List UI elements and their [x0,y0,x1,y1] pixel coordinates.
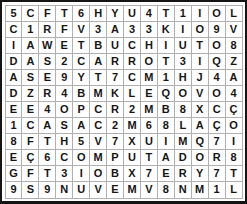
grid-cell[interactable]: A [39,118,56,134]
grid-cell[interactable]: 4 [141,6,158,22]
word-search-grid: 5CFT6HYU4T1IOLC1RFV3A33KIO9VIAWETBUCHIUT… [5,5,243,199]
grid-cell[interactable]: O [226,118,243,134]
grid-cell[interactable]: 4 [209,70,226,86]
grid-cell[interactable]: Z [22,86,39,102]
grid-cell[interactable]: Ç [22,150,39,166]
grid-cell[interactable]: 4 [226,86,243,102]
grid-cell[interactable]: A [22,54,39,70]
grid-cell[interactable]: L [226,182,243,198]
grid-cell[interactable]: M [90,86,107,102]
grid-cell[interactable]: T [73,38,90,54]
grid-cell[interactable]: 8 [158,182,175,198]
grid-cell[interactable]: 7 [209,166,226,182]
grid-cell[interactable]: O [73,150,90,166]
grid-cell[interactable]: H [90,6,107,22]
grid-cell[interactable]: Y [73,70,90,86]
grid-cell[interactable]: C [124,38,141,54]
grid-cell[interactable]: T [158,6,175,22]
grid-cell[interactable]: 8 [158,118,175,134]
puzzle-frame: 5CFT6HYU4T1IOLC1RFV3A33KIO9VIAWETBUCHIUT… [0,0,247,204]
grid-cell[interactable]: E [158,166,175,182]
grid-cell[interactable]: M [175,134,192,150]
grid-cell[interactable]: T [90,70,107,86]
grid-cell[interactable]: A [226,70,243,86]
grid-cell[interactable]: O [209,38,226,54]
grid-cell[interactable]: A [90,54,107,70]
grid-cell[interactable]: E [6,102,23,118]
grid-cell[interactable]: F [22,134,39,150]
grid-cell[interactable]: F [39,6,56,22]
grid-cell[interactable]: 7 [209,134,226,150]
grid-cell[interactable]: I [192,54,209,70]
grid-cell[interactable]: M [192,182,209,198]
grid-cell[interactable]: P [107,150,124,166]
grid-cell[interactable]: E [39,70,56,86]
grid-cell[interactable]: Q [192,134,209,150]
grid-cell[interactable]: E [6,150,23,166]
grid-cell[interactable]: M [141,102,158,118]
grid-cell[interactable]: Q [158,86,175,102]
grid-cell[interactable]: T [158,54,175,70]
grid-cell[interactable]: 8 [226,38,243,54]
grid-cell[interactable]: 7 [107,70,124,86]
grid-cell[interactable]: H [175,70,192,86]
grid-cell[interactable]: B [90,38,107,54]
grid-cell[interactable]: 9 [209,22,226,38]
grid-cell[interactable]: 9 [6,182,23,198]
grid-cell[interactable]: I [175,22,192,38]
grid-cell[interactable]: N [175,182,192,198]
grid-cell[interactable]: A [73,118,90,134]
grid-cell[interactable]: R [39,86,56,102]
grid-cell[interactable]: A [107,22,124,38]
grid-cell[interactable]: M [141,70,158,86]
grid-cell[interactable]: S [22,182,39,198]
grid-cell[interactable]: U [141,134,158,150]
grid-cell[interactable]: O [209,86,226,102]
grid-cell[interactable]: D [6,86,23,102]
grid-cell[interactable]: E [56,38,73,54]
grid-cell[interactable]: N [56,182,73,198]
grid-cell[interactable]: 3 [175,54,192,70]
grid-cell[interactable]: O [209,6,226,22]
grid-cell[interactable]: C [124,70,141,86]
grid-cell[interactable]: F [22,166,39,182]
grid-cell[interactable]: 7 [141,166,158,182]
grid-cell[interactable]: K [158,22,175,38]
grid-cell[interactable]: S [22,70,39,86]
grid-cell[interactable]: R [124,54,141,70]
grid-cell[interactable]: I [226,134,243,150]
grid-cell[interactable]: 6 [73,6,90,22]
grid-cell[interactable]: A [158,150,175,166]
grid-cell[interactable]: A [22,38,39,54]
grid-cell[interactable]: B [158,102,175,118]
grid-cell[interactable]: T [141,150,158,166]
grid-cell[interactable]: U [124,6,141,22]
grid-cell[interactable]: M [90,150,107,166]
grid-cell[interactable]: T [39,166,56,182]
grid-cell[interactable]: O [192,22,209,38]
grid-cell[interactable]: V [141,182,158,198]
grid-cell[interactable]: 1 [158,70,175,86]
grid-cell[interactable]: R [107,54,124,70]
grid-cell[interactable]: 8 [175,102,192,118]
grid-cell[interactable]: E [107,182,124,198]
grid-cell[interactable]: O [192,150,209,166]
grid-cell[interactable]: J [192,70,209,86]
grid-cell[interactable]: 5 [73,134,90,150]
grid-cell[interactable]: O [141,54,158,70]
grid-cell[interactable]: E [22,102,39,118]
grid-cell[interactable]: D [6,54,23,70]
grid-cell[interactable]: 2 [124,102,141,118]
grid-cell[interactable]: C [209,102,226,118]
grid-cell[interactable]: 3 [90,22,107,38]
grid-cell[interactable]: C [22,118,39,134]
grid-cell[interactable]: Ç [226,102,243,118]
grid-cell[interactable]: T [39,134,56,150]
grid-cell[interactable]: C [90,118,107,134]
grid-cell[interactable]: V [90,182,107,198]
grid-cell[interactable]: 1 [209,182,226,198]
grid-cell[interactable]: C [22,6,39,22]
grid-cell[interactable]: I [73,166,90,182]
grid-cell[interactable]: 3 [124,22,141,38]
grid-cell[interactable]: S [39,54,56,70]
grid-cell[interactable]: X [192,102,209,118]
grid-cell[interactable]: 2 [56,54,73,70]
grid-cell[interactable]: 6 [141,118,158,134]
grid-cell[interactable]: U [124,150,141,166]
grid-cell[interactable]: R [209,150,226,166]
grid-cell[interactable]: V [192,86,209,102]
grid-cell[interactable]: T [56,6,73,22]
grid-cell[interactable]: T [192,38,209,54]
grid-cell[interactable]: G [6,166,23,182]
grid-cell[interactable]: Z [226,54,243,70]
grid-cell[interactable]: C [73,54,90,70]
grid-cell[interactable]: Q [209,54,226,70]
grid-cell[interactable]: L [175,118,192,134]
grid-cell[interactable]: X [124,134,141,150]
grid-cell[interactable]: U [107,38,124,54]
grid-cell[interactable]: U [73,182,90,198]
grid-cell[interactable]: B [107,166,124,182]
grid-cell[interactable]: 1 [175,6,192,22]
grid-cell[interactable]: 3 [141,22,158,38]
grid-cell[interactable]: R [39,22,56,38]
grid-cell[interactable]: L [124,86,141,102]
grid-cell[interactable]: 2 [107,118,124,134]
grid-cell[interactable]: 5 [6,6,23,22]
grid-cell[interactable]: F [56,22,73,38]
grid-cell[interactable]: A [192,118,209,134]
grid-cell[interactable]: 7 [107,134,124,150]
grid-cell[interactable]: 9 [39,182,56,198]
grid-cell[interactable]: O [56,102,73,118]
grid-cell[interactable]: Y [107,6,124,22]
grid-cell[interactable]: Y [192,166,209,182]
grid-cell[interactable]: 1 [22,22,39,38]
grid-cell[interactable]: 4 [56,86,73,102]
grid-cell[interactable]: H [141,38,158,54]
grid-cell[interactable]: 4 [39,102,56,118]
grid-cell[interactable]: V [226,22,243,38]
grid-cell[interactable]: D [175,150,192,166]
grid-cell[interactable]: I [6,38,23,54]
grid-cell[interactable]: L [226,6,243,22]
grid-cell[interactable]: U [175,38,192,54]
grid-cell[interactable]: Ç [209,118,226,134]
grid-cell[interactable]: K [107,86,124,102]
grid-cell[interactable]: A [6,70,23,86]
grid-cell[interactable]: C [90,102,107,118]
grid-cell[interactable]: H [56,134,73,150]
grid-cell[interactable]: C [6,22,23,38]
grid-cell[interactable]: I [158,134,175,150]
grid-cell[interactable]: E [141,86,158,102]
grid-cell[interactable]: B [73,86,90,102]
grid-cell[interactable]: 8 [226,150,243,166]
grid-cell[interactable]: C [56,150,73,166]
grid-cell[interactable]: V [90,134,107,150]
grid-cell[interactable]: 8 [6,134,23,150]
grid-cell[interactable]: R [175,166,192,182]
grid-cell[interactable]: O [90,166,107,182]
grid-cell[interactable]: O [175,86,192,102]
grid-cell[interactable]: I [158,38,175,54]
grid-cell[interactable]: 6 [39,150,56,166]
grid-cell[interactable]: X [124,166,141,182]
grid-cell[interactable]: I [192,6,209,22]
grid-cell[interactable]: 9 [56,70,73,86]
grid-cell[interactable]: P [73,102,90,118]
grid-cell[interactable]: M [124,182,141,198]
grid-cell[interactable]: 1 [6,118,23,134]
grid-cell[interactable]: T [226,166,243,182]
grid-cell[interactable]: W [39,38,56,54]
grid-cell[interactable]: 3 [56,166,73,182]
grid-cell[interactable]: R [107,102,124,118]
grid-cell[interactable]: S [56,118,73,134]
grid-cell[interactable]: V [73,22,90,38]
grid-cell[interactable]: M [124,118,141,134]
